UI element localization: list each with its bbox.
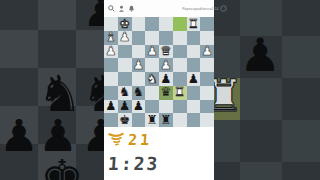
square-r3c5[interactable]: [173, 58, 187, 72]
right-blur-panel: ♟♜: [214, 0, 320, 180]
square-d4[interactable]: ♟: [159, 58, 173, 72]
square-r1c2[interactable]: [132, 31, 146, 45]
square-r7c6[interactable]: [187, 113, 201, 127]
search-icon[interactable]: [108, 5, 115, 12]
username-label[interactable]: Papacapablanca124: [182, 6, 218, 10]
square-c1[interactable]: [173, 17, 187, 31]
square-r7c0[interactable]: [104, 113, 118, 127]
storm-icon: [108, 132, 124, 148]
square-d8[interactable]: ♜: [159, 113, 173, 127]
piece-wP-h3[interactable]: ♟: [104, 45, 118, 59]
square-b5[interactable]: ♟: [187, 72, 201, 86]
piece-wP-g2[interactable]: ♟: [118, 31, 132, 45]
square-g2[interactable]: ♟: [118, 31, 132, 45]
square-r4c7[interactable]: [200, 72, 214, 86]
square-d6[interactable]: ♛: [159, 86, 173, 100]
square-r3c3[interactable]: [145, 58, 159, 72]
square-r5c6[interactable]: [187, 86, 201, 100]
bell-icon[interactable]: [128, 5, 135, 12]
decor-piece-bP: ♟: [81, 114, 104, 158]
square-r0c2[interactable]: [132, 17, 146, 31]
square-r5c7[interactable]: [200, 86, 214, 100]
square-a3[interactable]: ♟: [200, 45, 214, 59]
left-blur-panel: ♟♞♞♟♟♟♚: [0, 0, 104, 180]
square-r3c1[interactable]: [118, 58, 132, 72]
square-r6c7[interactable]: [200, 100, 214, 114]
square-f4[interactable]: ♟: [132, 58, 146, 72]
piece-wP-a3[interactable]: ♟: [200, 45, 214, 59]
square-r2c6[interactable]: [187, 45, 201, 59]
square-c6[interactable]: ♜: [173, 86, 187, 100]
phone-screenshot: Papacapablanca124 ♚♜♝♟♟♟♛♟♟♟♞♟♟♞♞♛♜♟♟♟♚♜…: [104, 0, 214, 180]
square-r4c0[interactable]: [104, 72, 118, 86]
square-r0c3[interactable]: [145, 17, 159, 31]
chess-board[interactable]: ♚♜♝♟♟♟♛♟♟♟♞♟♟♞♞♛♜♟♟♟♚♜♜: [104, 17, 214, 127]
video-frame: ♟♞♞♟♟♟♚ ♟♜ Papacapablanca12: [0, 0, 320, 180]
square-r2c1[interactable]: [118, 45, 132, 59]
decor-piece-bP: ♟: [83, 0, 104, 32]
square-b1[interactable]: ♜: [187, 17, 201, 31]
square-f7[interactable]: ♟: [132, 100, 146, 114]
decor-piece-bP: ♟: [0, 114, 39, 158]
combo-count: 21: [127, 131, 152, 149]
square-r7c5[interactable]: [173, 113, 187, 127]
square-r3c0[interactable]: [104, 58, 118, 72]
square-r3c6[interactable]: [187, 58, 201, 72]
piece-wR-c6[interactable]: ♜: [173, 86, 187, 100]
square-e8[interactable]: ♜: [145, 113, 159, 127]
piece-wR-b1[interactable]: ♜: [187, 17, 201, 31]
square-e3[interactable]: ♟: [145, 45, 159, 59]
square-r6c6[interactable]: [187, 100, 201, 114]
square-r6c5[interactable]: [173, 100, 187, 114]
square-r7c2[interactable]: [132, 113, 146, 127]
square-r7c7[interactable]: [200, 113, 214, 127]
decor-piece-bP: ♟: [239, 32, 280, 78]
square-r0c7[interactable]: [200, 17, 214, 31]
square-h7[interactable]: ♟: [104, 100, 118, 114]
square-r1c5[interactable]: [173, 31, 187, 45]
square-r0c4[interactable]: [159, 17, 173, 31]
storm-footer: 21 1:23: [104, 127, 214, 180]
square-r2c5[interactable]: [173, 45, 187, 59]
app-header: Papacapablanca124: [104, 0, 214, 17]
piece-bR-d8[interactable]: ♜: [159, 113, 173, 127]
piece-wP-e3[interactable]: ♟: [145, 45, 159, 59]
piece-wP-d4[interactable]: ♟: [159, 58, 173, 72]
piece-bP-f7[interactable]: ♟: [132, 100, 146, 114]
square-r1c6[interactable]: [187, 31, 201, 45]
square-r3c7[interactable]: [200, 58, 214, 72]
piece-bR-e8[interactable]: ♜: [145, 113, 159, 127]
avatar-icon[interactable]: [220, 5, 227, 12]
square-r5c3[interactable]: [145, 86, 159, 100]
square-e5[interactable]: ♞: [145, 72, 159, 86]
square-g8[interactable]: ♚: [118, 113, 132, 127]
user-icon[interactable]: [118, 5, 125, 12]
piece-bQ-d6[interactable]: ♛: [159, 86, 173, 100]
piece-bP-b5[interactable]: ♟: [187, 72, 201, 86]
storm-clock: 1:23: [107, 153, 160, 174]
piece-wP-f4[interactable]: ♟: [132, 58, 146, 72]
piece-bK-g8[interactable]: ♚: [118, 113, 132, 127]
piece-wN-e5[interactable]: ♞: [145, 72, 159, 86]
piece-bP-h7[interactable]: ♟: [104, 100, 118, 114]
decor-piece-wR: ♜: [214, 74, 244, 118]
decor-piece-bK: ♚: [40, 153, 83, 180]
square-h3[interactable]: ♟: [104, 45, 118, 59]
